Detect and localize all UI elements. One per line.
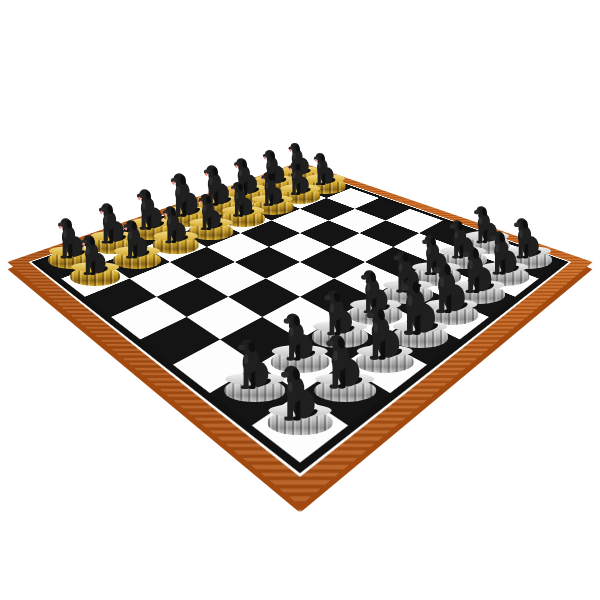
- dog-figurine: [123, 219, 151, 259]
- dog-figurine-wrap: [280, 364, 320, 421]
- dog-figurine-wrap: [123, 219, 151, 259]
- dog-figurine-wrap: [198, 193, 224, 231]
- dog-figurine: [162, 205, 189, 244]
- dog-figurine-wrap: [230, 181, 255, 217]
- dog-figurine: [230, 181, 255, 217]
- dog-figurine: [280, 364, 320, 421]
- piece-silver-rook-h1[interactable]: [268, 353, 333, 435]
- dog-figurine-wrap: [162, 205, 189, 244]
- product-photo-scene: [0, 0, 600, 600]
- piece-gold-pawn-g7[interactable]: [113, 211, 161, 269]
- dog-figurine: [81, 234, 110, 276]
- piece-gold-pawn-h7[interactable]: [70, 225, 120, 285]
- dog-figurine: [198, 193, 224, 231]
- dog-figurine-wrap: [81, 234, 110, 276]
